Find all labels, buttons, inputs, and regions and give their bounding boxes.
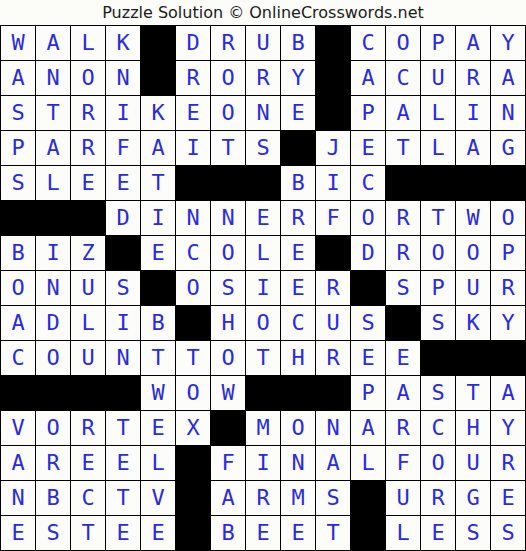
- cell-r10c1: C: [1, 341, 35, 375]
- cell-r4c14: A: [456, 131, 490, 165]
- cell-r4c12: T: [386, 131, 420, 165]
- cell-r3c8: N: [246, 96, 280, 130]
- cell-r14c9: M: [281, 481, 315, 515]
- cell-r13c13: O: [421, 446, 455, 480]
- cell-r8c10: R: [316, 271, 350, 305]
- cell-r4c15: G: [491, 131, 525, 165]
- cell-r12c7: [211, 411, 245, 445]
- cell-r12c9: O: [281, 411, 315, 445]
- cell-r11c3: [71, 376, 105, 410]
- cell-r11c6: O: [176, 376, 210, 410]
- cell-r3c6: E: [176, 96, 210, 130]
- cell-r13c15: R: [491, 446, 525, 480]
- cell-r2c12: C: [386, 61, 420, 95]
- cell-r1c13: P: [421, 26, 455, 60]
- cell-r6c13: T: [421, 201, 455, 235]
- cell-r4c10: J: [316, 131, 350, 165]
- cell-r8c4: S: [106, 271, 140, 305]
- cell-r14c5: V: [141, 481, 175, 515]
- cell-r6c11: O: [351, 201, 385, 235]
- cell-r6c4: D: [106, 201, 140, 235]
- cell-r2c3: O: [71, 61, 105, 95]
- cell-r12c6: X: [176, 411, 210, 445]
- cell-r15c1: E: [1, 516, 35, 550]
- cell-r9c14: K: [456, 306, 490, 340]
- cell-r4c2: A: [36, 131, 70, 165]
- cell-r8c5: [141, 271, 175, 305]
- cell-r4c6: I: [176, 131, 210, 165]
- cell-r5c1: S: [1, 166, 35, 200]
- cell-r9c11: S: [351, 306, 385, 340]
- cell-r7c10: [316, 236, 350, 270]
- cell-r7c3: Z: [71, 236, 105, 270]
- cell-r15c6: [176, 516, 210, 550]
- cell-r11c10: [316, 376, 350, 410]
- cell-r15c12: L: [386, 516, 420, 550]
- cell-r14c11: [351, 481, 385, 515]
- cell-r4c7: T: [211, 131, 245, 165]
- cell-r1c14: A: [456, 26, 490, 60]
- cell-r6c1: [1, 201, 35, 235]
- cell-r10c14: [456, 341, 490, 375]
- cell-r14c3: C: [71, 481, 105, 515]
- cell-r9c15: Y: [491, 306, 525, 340]
- cell-r4c4: F: [106, 131, 140, 165]
- cell-r13c14: U: [456, 446, 490, 480]
- cell-r2c1: A: [1, 61, 35, 95]
- cell-r9c13: S: [421, 306, 455, 340]
- cell-r1c10: [316, 26, 350, 60]
- cell-r6c6: N: [176, 201, 210, 235]
- cell-r14c7: A: [211, 481, 245, 515]
- cell-r3c14: I: [456, 96, 490, 130]
- cell-r7c7: O: [211, 236, 245, 270]
- cell-r4c5: A: [141, 131, 175, 165]
- cell-r9c9: C: [281, 306, 315, 340]
- cell-r6c14: W: [456, 201, 490, 235]
- cell-r3c9: E: [281, 96, 315, 130]
- cell-r5c12: [386, 166, 420, 200]
- cell-r7c14: O: [456, 236, 490, 270]
- cell-r8c3: U: [71, 271, 105, 305]
- cell-r10c4: N: [106, 341, 140, 375]
- cell-r2c15: A: [491, 61, 525, 95]
- cell-r14c2: B: [36, 481, 70, 515]
- cell-r9c2: D: [36, 306, 70, 340]
- cell-r12c5: E: [141, 411, 175, 445]
- cell-r12c15: Y: [491, 411, 525, 445]
- cell-r2c13: U: [421, 61, 455, 95]
- cell-r10c3: U: [71, 341, 105, 375]
- cell-r2c8: R: [246, 61, 280, 95]
- cell-r5c3: E: [71, 166, 105, 200]
- cell-r10c5: T: [141, 341, 175, 375]
- cell-r7c4: [106, 236, 140, 270]
- cell-r6c12: R: [386, 201, 420, 235]
- cell-r15c4: E: [106, 516, 140, 550]
- cell-r3c4: I: [106, 96, 140, 130]
- cell-r10c15: [491, 341, 525, 375]
- cell-r8c13: P: [421, 271, 455, 305]
- cell-r1c2: A: [36, 26, 70, 60]
- cell-r4c8: S: [246, 131, 280, 165]
- cell-r9c5: B: [141, 306, 175, 340]
- cell-r5c14: [456, 166, 490, 200]
- cell-r11c13: S: [421, 376, 455, 410]
- cell-r10c11: E: [351, 341, 385, 375]
- cell-r11c15: A: [491, 376, 525, 410]
- cell-r9c4: I: [106, 306, 140, 340]
- cell-r1c8: U: [246, 26, 280, 60]
- cell-r4c11: E: [351, 131, 385, 165]
- cell-r1c1: W: [1, 26, 35, 60]
- cell-r2c7: O: [211, 61, 245, 95]
- cell-r15c5: E: [141, 516, 175, 550]
- cell-r11c8: [246, 376, 280, 410]
- cell-r4c3: R: [71, 131, 105, 165]
- cell-r1c12: O: [386, 26, 420, 60]
- cell-r10c12: E: [386, 341, 420, 375]
- cell-r13c11: L: [351, 446, 385, 480]
- cell-r2c2: N: [36, 61, 70, 95]
- cell-r15c11: [351, 516, 385, 550]
- cell-r12c11: A: [351, 411, 385, 445]
- page: Puzzle Solution © OnlineCrosswords.net W…: [0, 0, 526, 551]
- cell-r3c2: T: [36, 96, 70, 130]
- cell-r8c14: U: [456, 271, 490, 305]
- cell-r12c4: T: [106, 411, 140, 445]
- cell-r5c8: [246, 166, 280, 200]
- cell-r15c3: T: [71, 516, 105, 550]
- cell-r13c12: F: [386, 446, 420, 480]
- cell-r12c8: M: [246, 411, 280, 445]
- cell-r11c1: [1, 376, 35, 410]
- cell-r5c13: [421, 166, 455, 200]
- cell-r13c1: A: [1, 446, 35, 480]
- cell-r13c2: R: [36, 446, 70, 480]
- cell-r6c8: E: [246, 201, 280, 235]
- cell-r13c5: L: [141, 446, 175, 480]
- cell-r8c2: N: [36, 271, 70, 305]
- cell-r9c12: [386, 306, 420, 340]
- cell-r14c6: [176, 481, 210, 515]
- cell-r3c7: O: [211, 96, 245, 130]
- cell-r10c7: O: [211, 341, 245, 375]
- cell-r10c13: [421, 341, 455, 375]
- cell-r14c4: T: [106, 481, 140, 515]
- cell-r3c12: A: [386, 96, 420, 130]
- cell-r9c7: H: [211, 306, 245, 340]
- cell-r7c12: R: [386, 236, 420, 270]
- cell-r7c15: P: [491, 236, 525, 270]
- cell-r4c1: P: [1, 131, 35, 165]
- cell-r12c1: V: [1, 411, 35, 445]
- cell-r1c6: D: [176, 26, 210, 60]
- cell-r13c4: E: [106, 446, 140, 480]
- cell-r12c12: R: [386, 411, 420, 445]
- cell-r12c2: O: [36, 411, 70, 445]
- cell-r8c1: O: [1, 271, 35, 305]
- cell-r8c9: E: [281, 271, 315, 305]
- cell-r9c10: U: [316, 306, 350, 340]
- cell-r3c1: S: [1, 96, 35, 130]
- cell-r2c10: [316, 61, 350, 95]
- cell-r1c3: L: [71, 26, 105, 60]
- cell-r5c7: [211, 166, 245, 200]
- cell-r11c5: W: [141, 376, 175, 410]
- cell-r4c9: [281, 131, 315, 165]
- cell-r6c3: [71, 201, 105, 235]
- cell-r13c6: [176, 446, 210, 480]
- cell-r15c14: S: [456, 516, 490, 550]
- cell-r13c3: E: [71, 446, 105, 480]
- cell-r11c4: [106, 376, 140, 410]
- cell-r8c8: I: [246, 271, 280, 305]
- cell-r14c8: R: [246, 481, 280, 515]
- cell-r3c11: P: [351, 96, 385, 130]
- cell-r11c7: W: [211, 376, 245, 410]
- cell-r15c13: E: [421, 516, 455, 550]
- cell-r15c7: B: [211, 516, 245, 550]
- cell-r2c9: Y: [281, 61, 315, 95]
- cell-r5c4: E: [106, 166, 140, 200]
- cell-r3c10: [316, 96, 350, 130]
- cell-r14c10: S: [316, 481, 350, 515]
- cell-r10c8: T: [246, 341, 280, 375]
- cell-r12c3: R: [71, 411, 105, 445]
- page-title: Puzzle Solution © OnlineCrosswords.net: [0, 0, 526, 25]
- cell-r3c3: R: [71, 96, 105, 130]
- cell-r1c11: C: [351, 26, 385, 60]
- cell-r5c10: I: [316, 166, 350, 200]
- cell-r9c6: [176, 306, 210, 340]
- cell-r5c5: T: [141, 166, 175, 200]
- cell-r8c11: [351, 271, 385, 305]
- cell-r7c6: C: [176, 236, 210, 270]
- cell-r8c6: O: [176, 271, 210, 305]
- cell-r15c2: S: [36, 516, 70, 550]
- cell-r3c15: N: [491, 96, 525, 130]
- cell-r1c9: B: [281, 26, 315, 60]
- crossword-grid: WALKDRUBCOPAYANONRORYACURASTRIKEONEPALIN…: [0, 25, 526, 551]
- cell-r11c12: A: [386, 376, 420, 410]
- cell-r1c15: Y: [491, 26, 525, 60]
- cell-r7c13: O: [421, 236, 455, 270]
- cell-r14c15: E: [491, 481, 525, 515]
- cell-r2c14: R: [456, 61, 490, 95]
- cell-r13c10: A: [316, 446, 350, 480]
- cell-r7c2: I: [36, 236, 70, 270]
- cell-r12c14: H: [456, 411, 490, 445]
- cell-r5c11: C: [351, 166, 385, 200]
- cell-r6c10: F: [316, 201, 350, 235]
- cell-r15c8: E: [246, 516, 280, 550]
- cell-r11c14: T: [456, 376, 490, 410]
- cell-r5c15: [491, 166, 525, 200]
- cell-r1c7: R: [211, 26, 245, 60]
- cell-r14c1: N: [1, 481, 35, 515]
- cell-r2c11: A: [351, 61, 385, 95]
- cell-r10c9: H: [281, 341, 315, 375]
- cell-r6c15: O: [491, 201, 525, 235]
- cell-r5c9: B: [281, 166, 315, 200]
- cell-r14c14: G: [456, 481, 490, 515]
- cell-r11c11: P: [351, 376, 385, 410]
- cell-r10c2: O: [36, 341, 70, 375]
- cell-r1c5: [141, 26, 175, 60]
- cell-r13c8: I: [246, 446, 280, 480]
- cell-r15c15: S: [491, 516, 525, 550]
- cell-r3c13: L: [421, 96, 455, 130]
- cell-r6c7: N: [211, 201, 245, 235]
- cell-r5c6: [176, 166, 210, 200]
- cell-r14c13: R: [421, 481, 455, 515]
- cell-r11c9: [281, 376, 315, 410]
- cell-r7c8: L: [246, 236, 280, 270]
- cell-r6c2: [36, 201, 70, 235]
- cell-r7c1: B: [1, 236, 35, 270]
- cell-r3c5: K: [141, 96, 175, 130]
- cell-r6c5: I: [141, 201, 175, 235]
- cell-r10c10: R: [316, 341, 350, 375]
- cell-r2c4: N: [106, 61, 140, 95]
- cell-r13c9: N: [281, 446, 315, 480]
- cell-r9c8: O: [246, 306, 280, 340]
- cell-r8c15: R: [491, 271, 525, 305]
- cell-r14c12: U: [386, 481, 420, 515]
- cell-r10c6: T: [176, 341, 210, 375]
- cell-r7c5: E: [141, 236, 175, 270]
- cell-r4c13: L: [421, 131, 455, 165]
- cell-r2c6: R: [176, 61, 210, 95]
- cell-r1c4: K: [106, 26, 140, 60]
- cell-r5c2: L: [36, 166, 70, 200]
- cell-r8c12: S: [386, 271, 420, 305]
- cell-r7c9: E: [281, 236, 315, 270]
- cell-r9c1: A: [1, 306, 35, 340]
- cell-r6c9: R: [281, 201, 315, 235]
- cell-r12c13: C: [421, 411, 455, 445]
- cell-r9c3: L: [71, 306, 105, 340]
- cell-r12c10: N: [316, 411, 350, 445]
- cell-r13c7: F: [211, 446, 245, 480]
- cell-r7c11: D: [351, 236, 385, 270]
- cell-r11c2: [36, 376, 70, 410]
- cell-r2c5: [141, 61, 175, 95]
- cell-r15c10: T: [316, 516, 350, 550]
- cell-r15c9: E: [281, 516, 315, 550]
- cell-r8c7: S: [211, 271, 245, 305]
